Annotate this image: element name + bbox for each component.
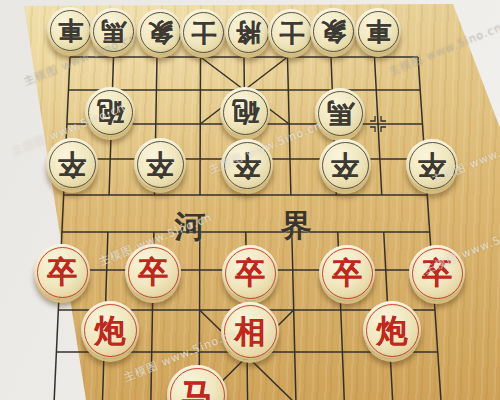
- piece-black-chariot[interactable]: 車: [355, 8, 401, 54]
- river-text-jie: 界: [281, 205, 312, 247]
- piece-glyph: 砲: [97, 99, 124, 126]
- piece-glyph: 相: [235, 316, 266, 347]
- piece-glyph: 卒: [418, 151, 446, 179]
- piece-red-soldier[interactable]: 卒: [319, 245, 375, 301]
- piece-glyph: 炮: [377, 315, 408, 346]
- piece-glyph: 卒: [58, 150, 86, 178]
- piece-glyph: 士: [279, 20, 304, 45]
- piece-glyph: 車: [58, 18, 83, 43]
- piece-black-horse[interactable]: 馬: [90, 8, 136, 54]
- piece-black-elephant[interactable]: 象: [137, 9, 183, 55]
- piece-glyph: 卒: [331, 151, 359, 179]
- river-text-he: 河: [175, 206, 206, 248]
- piece-red-cannon[interactable]: 炮: [363, 301, 421, 359]
- piece-glyph: 砲: [232, 99, 259, 126]
- piece-glyph: 卒: [233, 151, 261, 179]
- piece-glyph: 卒: [422, 258, 452, 288]
- piece-glyph: 象: [321, 19, 346, 44]
- piece-glyph: 卒: [146, 150, 174, 178]
- piece-red-soldier[interactable]: 卒: [409, 245, 465, 301]
- piece-glyph: 炮: [95, 315, 126, 346]
- piece-black-advisor[interactable]: 士: [180, 9, 226, 55]
- piece-red-soldier[interactable]: 卒: [222, 245, 278, 301]
- piece-black-cannon[interactable]: 砲: [220, 87, 270, 137]
- piece-glyph: 卒: [235, 258, 265, 288]
- xiangqi-photo: 河 界 車馬象士將士象車砲砲馬卒卒卒卒卒卒卒卒卒卒炮相炮马 主模图 www.5i…: [0, 0, 500, 400]
- piece-glyph: 馬: [327, 100, 354, 127]
- piece-black-advisor[interactable]: 士: [268, 9, 314, 55]
- piece-black-soldier[interactable]: 卒: [319, 139, 371, 191]
- piece-black-chariot[interactable]: 車: [47, 7, 93, 53]
- piece-glyph: 马: [181, 379, 213, 400]
- piece-glyph: 士: [191, 20, 216, 45]
- piece-red-soldier[interactable]: 卒: [34, 244, 90, 300]
- piece-glyph: 將: [236, 20, 261, 45]
- piece-red-elephant[interactable]: 相: [221, 302, 279, 360]
- piece-black-soldier[interactable]: 卒: [221, 139, 273, 191]
- piece-black-soldier[interactable]: 卒: [46, 138, 98, 190]
- piece-red-soldier[interactable]: 卒: [125, 244, 181, 300]
- piece-black-elephant[interactable]: 象: [310, 8, 356, 54]
- piece-black-soldier[interactable]: 卒: [134, 138, 186, 190]
- piece-glyph: 車: [366, 19, 391, 44]
- piece-glyph: 象: [148, 20, 173, 45]
- piece-black-soldier[interactable]: 卒: [406, 139, 458, 191]
- piece-glyph: 卒: [332, 258, 362, 288]
- piece-glyph: 卒: [138, 257, 168, 287]
- piece-black-general[interactable]: 將: [225, 9, 271, 55]
- piece-black-horse[interactable]: 馬: [315, 88, 365, 138]
- piece-black-cannon[interactable]: 砲: [85, 87, 135, 137]
- piece-red-cannon[interactable]: 炮: [81, 301, 139, 359]
- piece-glyph: 馬: [101, 19, 126, 44]
- piece-glyph: 卒: [47, 257, 77, 287]
